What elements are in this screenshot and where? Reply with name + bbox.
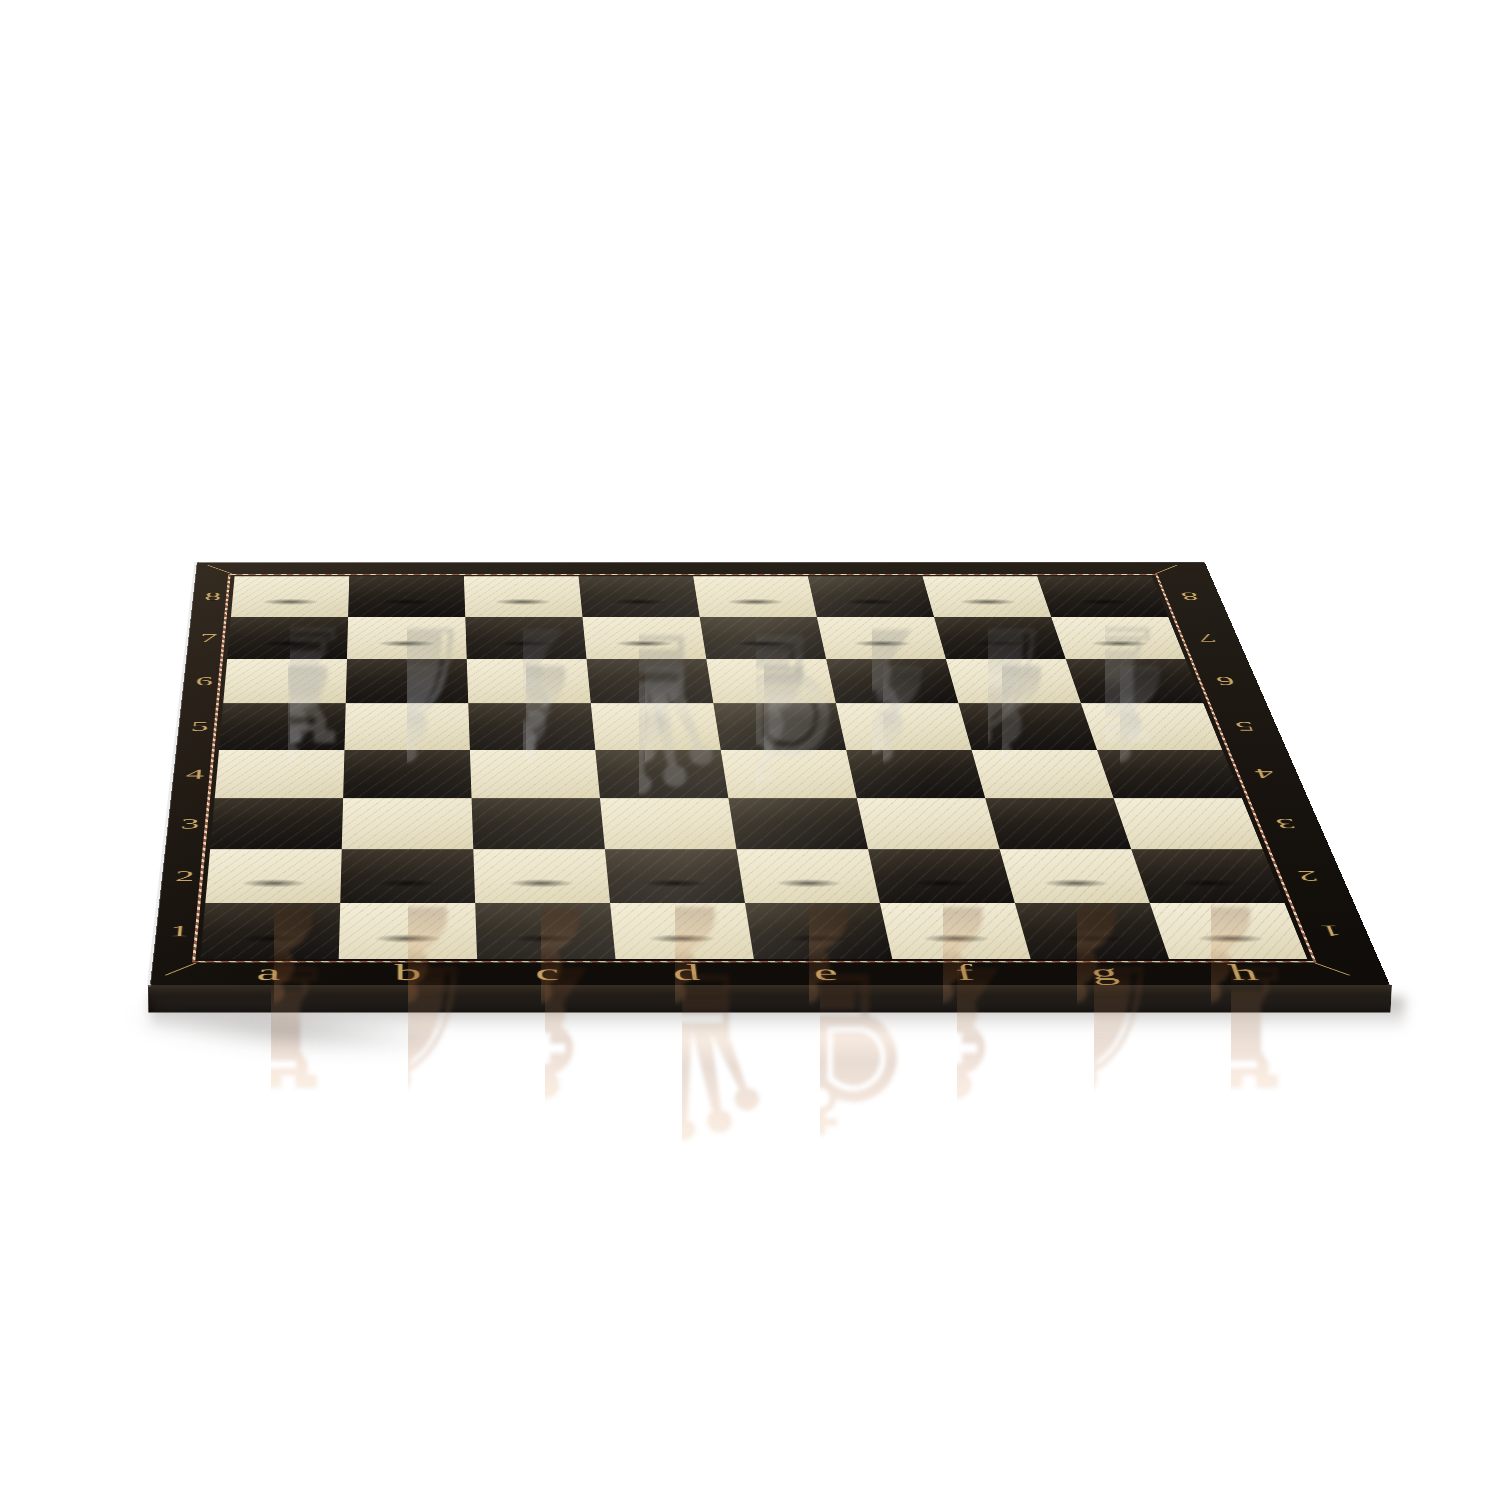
file-label-d: d [671, 960, 701, 986]
square-b7[interactable] [347, 617, 467, 659]
square-g4[interactable] [972, 750, 1114, 799]
file-label-f: f [953, 960, 977, 986]
file-label-a: a [256, 960, 281, 986]
square-f2[interactable] [868, 849, 1015, 903]
square-c7[interactable] [465, 617, 586, 659]
square-a4[interactable] [215, 750, 345, 799]
square-e5[interactable] [713, 703, 846, 749]
square-e8[interactable] [693, 576, 817, 617]
square-h2[interactable] [1131, 849, 1284, 903]
rank-label-left-1: 1 [169, 921, 190, 940]
chess-board: 8765432187654321abcdefgh♜♜♞♞♝♝♛♛♚♚♝♝♞♞♜♜… [150, 562, 1390, 985]
board-scene: 8765432187654321abcdefgh♜♜♞♞♝♝♛♛♚♚♝♝♞♞♜♜… [0, 0, 1500, 1500]
square-a7[interactable] [227, 617, 348, 659]
square-g3[interactable] [985, 798, 1131, 849]
file-label-g: g [1087, 960, 1122, 986]
square-h3[interactable] [1114, 798, 1263, 849]
square-d5[interactable] [591, 703, 721, 749]
square-h4[interactable] [1097, 750, 1242, 799]
square-a3[interactable] [210, 798, 343, 849]
square-c6[interactable] [467, 659, 591, 703]
square-f5[interactable] [836, 703, 972, 749]
square-b8[interactable] [348, 576, 465, 617]
square-d4[interactable] [595, 750, 728, 799]
square-g2[interactable] [1000, 849, 1150, 903]
board-squares [200, 576, 1307, 959]
square-a2[interactable] [205, 849, 341, 903]
file-label-h: h [1225, 960, 1262, 986]
square-h5[interactable] [1081, 703, 1222, 749]
rank-label-left-7: 7 [200, 631, 218, 645]
square-g5[interactable] [958, 703, 1097, 749]
rank-label-right-8: 8 [1179, 589, 1201, 603]
square-d3[interactable] [600, 798, 737, 849]
rank-label-right-6: 6 [1214, 674, 1238, 689]
file-label-e: e [811, 960, 840, 986]
rank-label-left-5: 5 [190, 719, 209, 734]
square-g7[interactable] [934, 617, 1066, 659]
file-label-c: c [534, 960, 560, 986]
square-e3[interactable] [728, 798, 868, 849]
square-f4[interactable] [846, 750, 985, 799]
square-a5[interactable] [219, 703, 346, 749]
square-b4[interactable] [343, 750, 471, 799]
square-c1[interactable] [475, 903, 615, 959]
square-d7[interactable] [582, 617, 706, 659]
rank-label-right-1: 1 [1317, 921, 1344, 940]
square-g1[interactable] [1015, 903, 1169, 959]
square-e2[interactable] [736, 849, 879, 903]
border-corner-mark [1304, 959, 1362, 980]
square-b2[interactable] [340, 849, 475, 903]
square-b3[interactable] [342, 798, 474, 849]
rank-label-left-2: 2 [174, 867, 195, 885]
photo-background: 8765432187654321abcdefgh♜♜♞♞♝♝♛♛♚♚♝♝♞♞♜♜… [0, 0, 1500, 1500]
square-e7[interactable] [700, 617, 827, 659]
square-h1[interactable] [1150, 903, 1308, 959]
square-b5[interactable] [344, 703, 469, 749]
square-e1[interactable] [745, 903, 892, 959]
square-c2[interactable] [473, 849, 610, 903]
rank-label-right-5: 5 [1233, 719, 1257, 734]
square-b1[interactable] [339, 903, 477, 959]
square-a6[interactable] [223, 659, 347, 703]
square-a8[interactable] [231, 576, 349, 617]
square-d8[interactable] [579, 576, 700, 617]
square-c5[interactable] [468, 703, 595, 749]
square-h7[interactable] [1051, 617, 1185, 659]
square-f6[interactable] [826, 659, 958, 703]
square-d2[interactable] [605, 849, 745, 903]
rank-label-right-7: 7 [1196, 631, 1219, 645]
square-b6[interactable] [346, 659, 469, 703]
square-d1[interactable] [610, 903, 754, 959]
square-h6[interactable] [1066, 659, 1204, 703]
square-e6[interactable] [706, 659, 836, 703]
square-a1[interactable] [200, 903, 340, 959]
square-f7[interactable] [817, 617, 946, 659]
rank-label-left-6: 6 [195, 674, 214, 689]
square-h8[interactable] [1037, 576, 1168, 617]
square-f3[interactable] [857, 798, 1000, 849]
square-c3[interactable] [472, 798, 605, 849]
square-f8[interactable] [808, 576, 934, 617]
square-c4[interactable] [470, 750, 600, 799]
square-f1[interactable] [880, 903, 1031, 959]
square-c8[interactable] [464, 576, 583, 617]
square-g6[interactable] [946, 659, 1081, 703]
square-d6[interactable] [587, 659, 714, 703]
border-corner-mark [155, 959, 207, 980]
square-e4[interactable] [721, 750, 857, 799]
file-label-b: b [394, 960, 421, 986]
square-g8[interactable] [923, 576, 1052, 617]
